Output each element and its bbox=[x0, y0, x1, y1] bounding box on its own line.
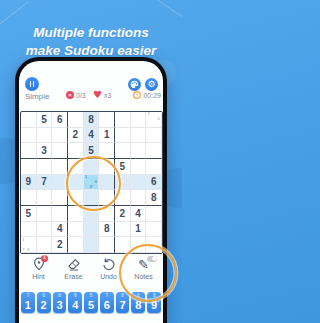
cell-r7c5[interactable] bbox=[84, 206, 100, 222]
erase-label: Erase bbox=[64, 273, 82, 280]
cell-r1c8[interactable] bbox=[131, 112, 147, 128]
hint-button[interactable]: 1 Hint bbox=[21, 257, 56, 280]
cell-r7c9[interactable] bbox=[146, 206, 162, 222]
timer-value: 00:29 bbox=[143, 92, 161, 99]
cell-r1c7[interactable] bbox=[115, 112, 131, 128]
mistakes-count: 0/3 bbox=[76, 92, 86, 99]
numpad-4[interactable]: 64 bbox=[68, 292, 82, 313]
cell-r3c3[interactable] bbox=[52, 143, 68, 159]
cell-r8c9[interactable] bbox=[146, 222, 162, 238]
numpad-digit: 4 bbox=[72, 299, 78, 312]
cell-r8c5[interactable] bbox=[84, 222, 100, 238]
cell-r4c5[interactable] bbox=[84, 159, 100, 175]
cell-r6c3[interactable] bbox=[52, 190, 68, 206]
cell-r8c3[interactable]: 4 bbox=[52, 222, 68, 238]
cell-r2c8[interactable] bbox=[131, 128, 147, 144]
cell-r6c2[interactable] bbox=[37, 190, 53, 206]
cell-r5c6[interactable] bbox=[99, 175, 115, 191]
gear-icon: ⚙ bbox=[147, 78, 155, 91]
numpad-2[interactable]: 62 bbox=[37, 292, 51, 313]
pencil-notes: 178 bbox=[21, 237, 36, 252]
notes-label: Notes bbox=[134, 273, 152, 280]
numpad-digit: 5 bbox=[88, 299, 94, 312]
sudoku-board: 5681624135597168685244811782 bbox=[20, 111, 163, 254]
cell-r2c4[interactable]: 2 bbox=[68, 128, 84, 144]
notes-button[interactable]: ✎ Notes bbox=[126, 257, 161, 280]
cell-r7c1[interactable]: 5 bbox=[21, 206, 37, 222]
numpad-digit: 2 bbox=[41, 299, 47, 312]
pencil-notes: 168 bbox=[84, 175, 99, 190]
cell-r8c8[interactable]: 1 bbox=[131, 222, 147, 238]
cell-r9c1[interactable]: 178 bbox=[21, 237, 37, 253]
cell-r5c8[interactable] bbox=[131, 175, 147, 191]
numpad-3[interactable]: 83 bbox=[53, 292, 67, 313]
cell-r2c1[interactable] bbox=[21, 128, 37, 144]
numpad-digit: 6 bbox=[104, 299, 110, 312]
cell-r1c6[interactable] bbox=[99, 112, 115, 128]
cell-r6c6[interactable] bbox=[99, 190, 115, 206]
cell-r6c8[interactable] bbox=[131, 190, 147, 206]
lives-indicator: ♥ x3 bbox=[93, 90, 111, 100]
cell-r1c9[interactable]: 16 bbox=[146, 112, 162, 128]
lives-count: x3 bbox=[104, 92, 111, 99]
cell-r6c9[interactable]: 8 bbox=[146, 190, 162, 206]
mistake-x-icon: × bbox=[66, 91, 74, 99]
cell-r5c9[interactable]: 6 bbox=[146, 175, 162, 191]
cell-r9c8[interactable] bbox=[131, 237, 147, 253]
eraser-icon bbox=[67, 257, 81, 271]
cell-r9c5[interactable] bbox=[84, 237, 100, 253]
cell-r3c4[interactable] bbox=[68, 143, 84, 159]
hint-count-badge: 1 bbox=[41, 255, 48, 262]
theme-button[interactable] bbox=[128, 78, 141, 91]
cell-r5c4[interactable] bbox=[68, 175, 84, 191]
numpad-5[interactable]: 55 bbox=[84, 292, 98, 313]
settings-button[interactable]: ⚙ bbox=[145, 78, 158, 91]
cell-r6c4[interactable] bbox=[68, 190, 84, 206]
erase-button[interactable]: Erase bbox=[56, 257, 91, 280]
cell-r8c4[interactable] bbox=[68, 222, 84, 238]
banner-title: Multiple functions make Sudoku easier bbox=[0, 24, 182, 59]
banner-line-1: Multiple functions bbox=[0, 24, 182, 42]
clock-icon bbox=[133, 91, 141, 99]
cell-r7c3[interactable] bbox=[52, 206, 68, 222]
cell-r4c9[interactable] bbox=[146, 159, 162, 175]
cell-r3c8[interactable] bbox=[131, 143, 147, 159]
cell-r4c3[interactable] bbox=[52, 159, 68, 175]
pause-icon bbox=[30, 81, 35, 87]
cell-r1c3[interactable]: 6 bbox=[52, 112, 68, 128]
cell-r5c3[interactable] bbox=[52, 175, 68, 191]
cell-r3c9[interactable] bbox=[146, 143, 162, 159]
cell-r7c8[interactable]: 4 bbox=[131, 206, 147, 222]
app-store-screenshot: { "game": "sudoku", "position": ".56.8..… bbox=[0, 0, 182, 323]
cell-r6c5[interactable] bbox=[84, 190, 100, 206]
pause-button[interactable] bbox=[25, 77, 39, 91]
hint-label: Hint bbox=[32, 273, 44, 280]
cell-r7c4[interactable] bbox=[68, 206, 84, 222]
cell-r5c1[interactable]: 9 bbox=[21, 175, 37, 191]
cell-r3c7[interactable] bbox=[115, 143, 131, 159]
cell-r4c1[interactable] bbox=[21, 159, 37, 175]
cell-r9c9[interactable] bbox=[146, 237, 162, 253]
cell-r2c6[interactable]: 1 bbox=[99, 128, 115, 144]
numpad-7[interactable]: 87 bbox=[116, 292, 130, 313]
numpad: 716283645576876889 bbox=[21, 292, 161, 313]
cell-r7c7[interactable]: 2 bbox=[115, 206, 131, 222]
background-decoration-line bbox=[154, 0, 182, 24]
cell-r8c7[interactable] bbox=[115, 222, 131, 238]
undo-arrow-icon bbox=[102, 257, 115, 271]
numpad-8[interactable]: 68 bbox=[131, 292, 145, 313]
cell-r9c2[interactable] bbox=[37, 237, 53, 253]
undo-label: Undo bbox=[100, 273, 117, 280]
cell-r1c4[interactable] bbox=[68, 112, 84, 128]
undo-button[interactable]: Undo bbox=[91, 257, 126, 280]
numpad-1[interactable]: 71 bbox=[21, 292, 35, 313]
cell-r2c7[interactable] bbox=[115, 128, 131, 144]
cell-r9c4[interactable] bbox=[68, 237, 84, 253]
cell-r4c6[interactable] bbox=[99, 159, 115, 175]
difficulty-label: Simple bbox=[25, 92, 49, 101]
cell-r3c6[interactable] bbox=[99, 143, 115, 159]
cell-r7c2[interactable] bbox=[37, 206, 53, 222]
cell-r4c8[interactable] bbox=[131, 159, 147, 175]
numpad-6[interactable]: 76 bbox=[100, 292, 114, 313]
cell-r5c5[interactable]: 168 bbox=[84, 175, 100, 191]
cell-r8c1[interactable] bbox=[21, 222, 37, 238]
cell-r8c6[interactable]: 8 bbox=[99, 222, 115, 238]
numpad-9[interactable]: 89 bbox=[147, 292, 161, 313]
cell-r4c2[interactable] bbox=[37, 159, 53, 175]
cell-r2c3[interactable] bbox=[52, 128, 68, 144]
cell-r5c2[interactable]: 7 bbox=[37, 175, 53, 191]
cell-r4c4[interactable] bbox=[68, 159, 84, 175]
cell-r1c5[interactable]: 8 bbox=[84, 112, 100, 128]
cell-r1c2[interactable]: 5 bbox=[37, 112, 53, 128]
cell-r5c7[interactable] bbox=[115, 175, 131, 191]
cell-r2c2[interactable] bbox=[37, 128, 53, 144]
timer-indicator: 00:29 bbox=[133, 91, 161, 99]
cell-r6c1[interactable] bbox=[21, 190, 37, 206]
cell-r8c2[interactable] bbox=[37, 222, 53, 238]
phone-frame: ⚙ Simple × 0/3 ♥ x3 00:29 56816241355971… bbox=[15, 57, 167, 323]
numpad-digit: 7 bbox=[120, 299, 126, 312]
pencil-notes: 16 bbox=[146, 112, 161, 127]
cell-r3c5[interactable]: 5 bbox=[84, 143, 100, 159]
mistakes-indicator: × 0/3 bbox=[66, 91, 86, 99]
numpad-digit: 9 bbox=[151, 299, 157, 312]
cell-r9c6[interactable] bbox=[99, 237, 115, 253]
cell-r2c9[interactable] bbox=[146, 128, 162, 144]
cell-r3c2[interactable]: 3 bbox=[37, 143, 53, 159]
phone-screen: ⚙ Simple × 0/3 ♥ x3 00:29 56816241355971… bbox=[19, 61, 163, 323]
numpad-digit: 8 bbox=[135, 299, 141, 312]
notes-toggle[interactable] bbox=[147, 256, 157, 262]
cell-r4c7[interactable]: 5 bbox=[115, 159, 131, 175]
palette-icon bbox=[130, 80, 139, 89]
cell-r9c7[interactable] bbox=[115, 237, 131, 253]
cell-r1c1[interactable] bbox=[21, 112, 37, 128]
cell-r6c7[interactable] bbox=[115, 190, 131, 206]
cell-r7c6[interactable] bbox=[99, 206, 115, 222]
heart-icon: ♥ bbox=[93, 90, 102, 100]
toolbar: 1 Hint Erase bbox=[21, 257, 161, 280]
cell-r3c1[interactable] bbox=[21, 143, 37, 159]
numpad-digit: 1 bbox=[25, 299, 31, 312]
numpad-digit: 3 bbox=[56, 299, 62, 312]
cell-r9c3[interactable]: 2 bbox=[52, 237, 68, 253]
cell-r2c5[interactable]: 4 bbox=[84, 128, 100, 144]
